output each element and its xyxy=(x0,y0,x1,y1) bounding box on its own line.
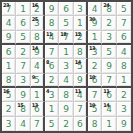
cell-digit: 8 xyxy=(49,17,55,28)
cell-r7c9[interactable]: 2 xyxy=(117,88,131,102)
cell-r4c1[interactable]: 6 xyxy=(2,45,16,59)
cell-r8c3[interactable]: 613 xyxy=(31,102,45,116)
cell-digit: 4 xyxy=(121,46,127,57)
cell-r7c8[interactable]: 611 xyxy=(102,88,116,102)
cell-r5c6[interactable]: 514 xyxy=(74,59,88,73)
cell-r9c1[interactable]: 3 xyxy=(2,117,16,131)
cell-digit: 9 xyxy=(6,31,12,42)
cell-digit: 6 xyxy=(6,46,12,57)
cell-r9c8[interactable]: 1 xyxy=(102,117,116,131)
cell-r8c2[interactable]: 815 xyxy=(16,102,30,116)
cell-r8c6[interactable]: 7 xyxy=(74,102,88,116)
cage-sum: 24 xyxy=(103,2,109,8)
cell-digit: 6 xyxy=(121,31,127,42)
cage-sum: 14 xyxy=(75,59,81,65)
cell-digit: 8 xyxy=(34,31,40,42)
cell-digit: 8 xyxy=(77,46,83,57)
cell-digit: 6 xyxy=(63,3,69,14)
cell-r7c1[interactable]: 516 xyxy=(2,88,16,102)
cell-r1c5[interactable]: 6 xyxy=(59,2,73,16)
cage-sum: 11 xyxy=(103,88,109,94)
cell-digit: 8 xyxy=(92,118,98,129)
cell-r3c1[interactable]: 9 xyxy=(2,31,16,45)
cell-digit: 2 xyxy=(92,60,98,71)
cage-sum: 16 xyxy=(3,88,9,94)
cell-r6c6[interactable]: 9 xyxy=(74,74,88,88)
cell-r9c6[interactable]: 6 xyxy=(74,117,88,131)
cell-digit: 3 xyxy=(121,103,127,114)
cage-sum: 23 xyxy=(3,2,9,8)
cage-sum: 14 xyxy=(103,102,109,108)
cell-digit: 6 xyxy=(20,17,26,28)
cell-digit: 9 xyxy=(106,60,112,71)
cell-r8c9[interactable]: 3 xyxy=(117,102,131,116)
cell-r3c9[interactable]: 6 xyxy=(117,31,131,45)
cell-digit: 2 xyxy=(6,103,12,114)
cell-r3c6[interactable]: 212 xyxy=(74,31,88,45)
cell-r4c3[interactable]: 914 xyxy=(31,45,45,59)
cell-digit: 7 xyxy=(20,60,26,71)
cell-r1c9[interactable]: 5 xyxy=(117,2,131,16)
cell-digit: 3 xyxy=(77,3,83,14)
cell-r9c9[interactable]: 9 xyxy=(117,117,131,131)
cell-digit: 7 xyxy=(121,17,127,28)
cell-digit: 6 xyxy=(77,118,83,129)
cell-r3c2[interactable]: 5 xyxy=(16,31,30,45)
cell-r8c4[interactable]: 1 xyxy=(45,102,59,116)
cell-r5c9[interactable]: 8 xyxy=(117,59,131,73)
cell-r3c5[interactable]: 718 xyxy=(59,31,73,45)
cell-r1c3[interactable]: 216 xyxy=(31,2,45,16)
cell-r3c8[interactable]: 3 xyxy=(102,31,116,45)
cell-r5c5[interactable]: 3 xyxy=(59,59,73,73)
cell-r2c8[interactable]: 2 xyxy=(102,16,116,30)
cell-digit: 5 xyxy=(49,118,55,129)
cell-r1c1[interactable]: 723 xyxy=(2,2,16,16)
cage-sum: 10 xyxy=(89,102,95,108)
cell-r3c3[interactable]: 8 xyxy=(31,31,45,45)
cell-r5c2[interactable]: 7 xyxy=(16,59,30,73)
cell-r9c7[interactable]: 8 xyxy=(88,117,102,131)
cell-digit: 9 xyxy=(77,74,83,85)
cell-digit: 1 xyxy=(121,74,127,85)
cell-digit: 2 xyxy=(49,74,55,85)
cell-r7c3[interactable]: 1 xyxy=(31,88,45,102)
cell-r2c3[interactable]: 325 xyxy=(31,16,45,30)
cell-digit: 7 xyxy=(92,89,98,100)
cell-r7c5[interactable]: 8 xyxy=(59,88,73,102)
cell-digit: 7 xyxy=(34,118,40,129)
cage-sum: 4 xyxy=(46,88,49,94)
cell-r5c8[interactable]: 9 xyxy=(102,59,116,73)
cell-r9c2[interactable]: 4 xyxy=(16,117,30,131)
cell-r2c6[interactable]: 1 xyxy=(74,16,88,30)
cell-digit: 8 xyxy=(63,89,69,100)
cell-digit: 2 xyxy=(121,89,127,100)
cell-r1c7[interactable]: 4 xyxy=(88,2,102,16)
cell-digit: 7 xyxy=(49,46,55,57)
cell-r5c1[interactable]: 1 xyxy=(2,59,16,73)
cell-digit: 5 xyxy=(106,46,112,57)
cage-sum: 15 xyxy=(17,102,23,108)
cell-r9c5[interactable]: 2 xyxy=(59,117,73,131)
cell-r6c3[interactable]: 59 xyxy=(31,74,45,88)
cell-digit: 9 xyxy=(49,3,55,14)
cell-r2c5[interactable]: 5 xyxy=(59,16,73,30)
sudoku-board: 7231216963482454632585193027958411718212… xyxy=(0,0,133,133)
cell-r1c6[interactable]: 3 xyxy=(74,2,88,16)
cell-r4c8[interactable]: 5 xyxy=(102,45,116,59)
cell-r1c4[interactable]: 9 xyxy=(45,2,59,16)
cage-sum: 11 xyxy=(75,88,81,94)
cell-r7c6[interactable]: 411 xyxy=(74,88,88,102)
cage-sum: 25 xyxy=(32,16,38,22)
cell-r7c4[interactable]: 34 xyxy=(45,88,59,102)
cell-digit: 1 xyxy=(20,3,26,14)
cell-r3c4[interactable]: 411 xyxy=(45,31,59,45)
cell-r1c2[interactable]: 1 xyxy=(16,2,30,16)
cell-digit: 1 xyxy=(34,89,40,100)
cage-sum: 14 xyxy=(32,45,38,51)
cage-sum: 12 xyxy=(75,31,81,37)
cell-digit: 5 xyxy=(63,17,69,28)
cell-digit: 1 xyxy=(106,118,112,129)
cell-digit: 3 xyxy=(63,60,69,71)
cell-r8c5[interactable]: 9 xyxy=(59,102,73,116)
cell-r1c8[interactable]: 824 xyxy=(102,2,116,16)
cell-digit: 1 xyxy=(77,17,83,28)
cage-sum: 16 xyxy=(32,2,38,8)
cell-r6c4[interactable]: 2 xyxy=(45,74,59,88)
cell-r2c4[interactable]: 8 xyxy=(45,16,59,30)
cell-digit: 9 xyxy=(63,103,69,114)
cell-r3c7[interactable]: 1 xyxy=(88,31,102,45)
cage-sum: 18 xyxy=(60,31,66,37)
cage-sum: 8 xyxy=(46,59,49,65)
cell-digit: 1 xyxy=(49,103,55,114)
cell-digit: 5 xyxy=(20,31,26,42)
cell-r7c7[interactable]: 7 xyxy=(88,88,102,102)
cage-sum: 10 xyxy=(89,74,95,80)
cell-digit: 2 xyxy=(106,17,112,28)
cell-r2c2[interactable]: 6 xyxy=(16,16,30,30)
cell-r6c1[interactable]: 8 xyxy=(2,74,16,88)
cell-digit: 6 xyxy=(49,60,55,71)
cell-r5c4[interactable]: 68 xyxy=(45,59,59,73)
cell-r4c2[interactable]: 2 xyxy=(16,45,30,59)
cell-r4c4[interactable]: 7 xyxy=(45,45,59,59)
cell-digit: 4 xyxy=(63,74,69,85)
cell-r2c1[interactable]: 4 xyxy=(2,16,16,30)
cell-digit: 3 xyxy=(20,74,26,85)
cell-digit: 4 xyxy=(34,60,40,71)
cage-sum: 30 xyxy=(89,16,95,22)
cell-digit: 8 xyxy=(121,60,127,71)
cell-r4c6[interactable]: 8 xyxy=(74,45,88,59)
cell-digit: 7 xyxy=(77,103,83,114)
cell-r6c9[interactable]: 1 xyxy=(117,74,131,88)
cell-digit: 1 xyxy=(6,60,12,71)
cell-r8c1[interactable]: 2 xyxy=(2,102,16,116)
cell-r2c9[interactable]: 7 xyxy=(117,16,131,30)
cage-sum: 9 xyxy=(32,74,35,80)
cage-sum: 13 xyxy=(32,102,38,108)
cell-digit: 1 xyxy=(63,46,69,57)
cell-r6c7[interactable]: 610 xyxy=(88,74,102,88)
cell-digit: 4 xyxy=(20,118,26,129)
cage-sum: 13 xyxy=(89,45,95,51)
cell-r7c2[interactable]: 9 xyxy=(16,88,30,102)
cell-r9c3[interactable]: 7 xyxy=(31,117,45,131)
cell-r6c2[interactable]: 3 xyxy=(16,74,30,88)
cell-r6c5[interactable]: 4 xyxy=(59,74,73,88)
cell-r8c8[interactable]: 414 xyxy=(102,102,116,116)
cell-digit: 3 xyxy=(49,89,55,100)
cell-digit: 2 xyxy=(63,118,69,129)
cell-digit: 4 xyxy=(92,3,98,14)
cell-r5c7[interactable]: 2 xyxy=(88,59,102,73)
cage-sum: 11 xyxy=(46,31,52,37)
cell-r6c8[interactable]: 7 xyxy=(102,74,116,88)
cell-digit: 3 xyxy=(6,118,12,129)
cell-digit: 9 xyxy=(121,118,127,129)
cell-r4c5[interactable]: 1 xyxy=(59,45,73,59)
cell-digit: 3 xyxy=(106,31,112,42)
cell-r4c7[interactable]: 313 xyxy=(88,45,102,59)
cell-r4c9[interactable]: 4 xyxy=(117,45,131,59)
cell-digit: 1 xyxy=(92,31,98,42)
cell-digit: 7 xyxy=(106,74,112,85)
cell-digit: 8 xyxy=(6,74,12,85)
cell-digit: 5 xyxy=(121,3,127,14)
cell-r8c7[interactable]: 510 xyxy=(88,102,102,116)
cell-r9c4[interactable]: 5 xyxy=(45,117,59,131)
cell-r5c3[interactable]: 4 xyxy=(31,59,45,73)
cell-digit: 2 xyxy=(20,46,26,57)
cell-r2c7[interactable]: 930 xyxy=(88,16,102,30)
cell-digit: 4 xyxy=(6,17,12,28)
cell-digit: 9 xyxy=(20,89,26,100)
